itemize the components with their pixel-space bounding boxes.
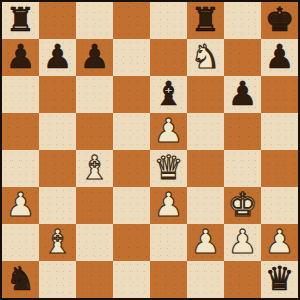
square-c6[interactable] [76,76,113,113]
piece-white-queen[interactable]: ♛ [154,151,184,184]
square-f6[interactable] [187,76,224,113]
piece-white-bishop[interactable]: ♝ [43,225,73,258]
piece-white-knight[interactable]: ♞ [191,40,221,73]
piece-black-queen[interactable]: ♛ [265,262,295,295]
square-h1[interactable]: ♛ [261,261,298,298]
square-f1[interactable] [187,261,224,298]
square-d2[interactable] [113,224,150,261]
square-c3[interactable] [76,187,113,224]
square-e8[interactable] [150,2,187,39]
chess-app: ♜♜♚♟♟♟♞♟♝♟♟♝♛♟♟♚♝♟♟♟♞♛ [0,0,300,300]
chess-board: ♜♜♚♟♟♟♞♟♝♟♟♝♛♟♟♚♝♟♟♟♞♛ [0,0,300,300]
square-f7[interactable]: ♞ [187,39,224,76]
square-c7[interactable]: ♟ [76,39,113,76]
square-e5[interactable]: ♟ [150,113,187,150]
square-c2[interactable] [76,224,113,261]
square-c5[interactable] [76,113,113,150]
square-d1[interactable] [113,261,150,298]
square-b4[interactable] [39,150,76,187]
square-g6[interactable]: ♟ [224,76,261,113]
square-h6[interactable] [261,76,298,113]
square-b2[interactable]: ♝ [39,224,76,261]
piece-black-pawn[interactable]: ♟ [265,40,295,73]
piece-white-pawn[interactable]: ♟ [191,225,221,258]
piece-black-pawn[interactable]: ♟ [6,40,36,73]
square-h3[interactable] [261,187,298,224]
square-c1[interactable] [76,261,113,298]
square-d8[interactable] [113,2,150,39]
square-e2[interactable] [150,224,187,261]
square-g4[interactable] [224,150,261,187]
piece-white-pawn[interactable]: ♟ [6,188,36,221]
square-a2[interactable] [2,224,39,261]
square-c8[interactable] [76,2,113,39]
square-a6[interactable] [2,76,39,113]
square-d7[interactable] [113,39,150,76]
square-f3[interactable] [187,187,224,224]
square-h5[interactable] [261,113,298,150]
piece-white-pawn[interactable]: ♟ [228,225,258,258]
piece-white-bishop[interactable]: ♝ [80,151,110,184]
piece-white-pawn[interactable]: ♟ [154,114,184,147]
square-c4[interactable]: ♝ [76,150,113,187]
square-d5[interactable] [113,113,150,150]
square-b5[interactable] [39,113,76,150]
piece-black-pawn[interactable]: ♟ [228,77,258,110]
square-f4[interactable] [187,150,224,187]
piece-white-pawn[interactable]: ♟ [265,225,295,258]
square-h8[interactable]: ♚ [261,2,298,39]
square-b8[interactable] [39,2,76,39]
square-e1[interactable] [150,261,187,298]
piece-black-knight[interactable]: ♞ [6,262,36,295]
square-h4[interactable] [261,150,298,187]
square-b3[interactable] [39,187,76,224]
square-a1[interactable]: ♞ [2,261,39,298]
square-d6[interactable] [113,76,150,113]
square-e3[interactable]: ♟ [150,187,187,224]
square-d3[interactable] [113,187,150,224]
square-g3[interactable]: ♚ [224,187,261,224]
square-h7[interactable]: ♟ [261,39,298,76]
piece-black-pawn[interactable]: ♟ [43,40,73,73]
piece-black-bishop[interactable]: ♝ [154,77,184,110]
square-a5[interactable] [2,113,39,150]
square-a7[interactable]: ♟ [2,39,39,76]
square-g5[interactable] [224,113,261,150]
square-g7[interactable] [224,39,261,76]
square-a8[interactable]: ♜ [2,2,39,39]
piece-black-rook[interactable]: ♜ [6,3,36,36]
square-d4[interactable] [113,150,150,187]
piece-white-king[interactable]: ♚ [228,188,258,221]
piece-black-pawn[interactable]: ♟ [80,40,110,73]
piece-black-rook[interactable]: ♜ [191,3,221,36]
square-f2[interactable]: ♟ [187,224,224,261]
piece-white-pawn[interactable]: ♟ [154,188,184,221]
square-a3[interactable]: ♟ [2,187,39,224]
piece-black-king[interactable]: ♚ [265,3,295,36]
square-g1[interactable] [224,261,261,298]
square-b1[interactable] [39,261,76,298]
square-g8[interactable] [224,2,261,39]
square-e4[interactable]: ♛ [150,150,187,187]
square-h2[interactable]: ♟ [261,224,298,261]
square-b7[interactable]: ♟ [39,39,76,76]
square-f8[interactable]: ♜ [187,2,224,39]
square-g2[interactable]: ♟ [224,224,261,261]
square-f5[interactable] [187,113,224,150]
square-a4[interactable] [2,150,39,187]
square-e6[interactable]: ♝ [150,76,187,113]
square-e7[interactable] [150,39,187,76]
square-b6[interactable] [39,76,76,113]
